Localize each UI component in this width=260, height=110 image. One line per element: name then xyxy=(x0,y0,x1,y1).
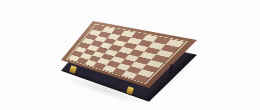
product-photo-chess-box xyxy=(0,0,260,110)
